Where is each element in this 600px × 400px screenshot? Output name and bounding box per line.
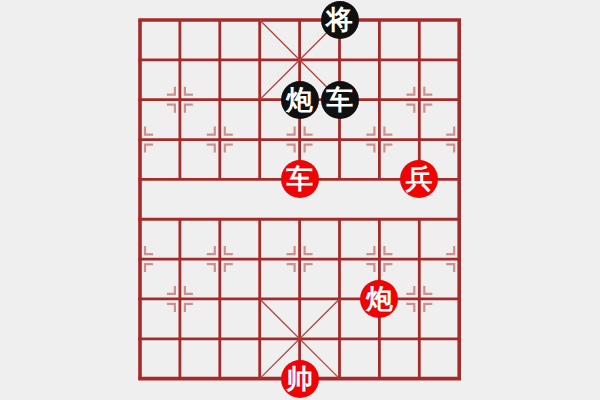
piece-black-chariot[interactable]: 车	[321, 81, 359, 119]
piece-red-general[interactable]: 帅	[281, 360, 319, 398]
piece-red-chariot[interactable]: 车	[281, 160, 319, 198]
piece-red-soldier[interactable]: 兵	[400, 160, 438, 198]
pieces-layer: 将炮车车兵炮帅	[0, 0, 600, 400]
piece-black-cannon[interactable]: 炮	[281, 81, 319, 119]
xiangqi-app: 将炮车车兵炮帅	[0, 0, 600, 400]
piece-black-general[interactable]: 将	[321, 1, 359, 39]
piece-red-cannon[interactable]: 炮	[360, 280, 398, 318]
